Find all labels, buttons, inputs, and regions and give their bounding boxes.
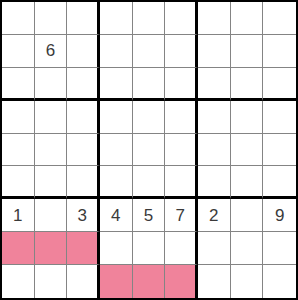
cell-r5c2[interactable] [35,134,68,167]
cell-r4c8[interactable] [231,101,264,134]
cell-r3c8[interactable] [231,68,264,101]
cell-r4c5[interactable] [133,101,166,134]
cell-r6c4[interactable] [100,166,133,199]
cell-r9c2[interactable] [35,265,68,298]
cell-r6c3[interactable] [67,166,100,199]
cell-r8c1[interactable] [2,232,35,265]
cell-r3c9[interactable] [263,68,296,101]
cell-r5c9[interactable] [263,134,296,167]
cell-r7c4[interactable]: 4 [100,199,133,232]
cell-r2c8[interactable] [231,35,264,68]
cell-r2c2[interactable]: 6 [35,35,68,68]
cell-r2c1[interactable] [2,35,35,68]
cell-r5c8[interactable] [231,134,264,167]
cell-r8c7[interactable] [198,232,231,265]
cell-r5c5[interactable] [133,134,166,167]
cell-r4c2[interactable] [35,101,68,134]
cell-r7c1[interactable]: 1 [2,199,35,232]
cell-r3c2[interactable] [35,68,68,101]
cell-r6c8[interactable] [231,166,264,199]
cell-r1c1[interactable] [2,2,35,35]
cell-r1c7[interactable] [198,2,231,35]
cell-r3c5[interactable] [133,68,166,101]
cell-r7c7[interactable]: 2 [198,199,231,232]
cell-r6c9[interactable] [263,166,296,199]
cell-r8c5[interactable] [133,232,166,265]
cell-r1c8[interactable] [231,2,264,35]
cell-r9c7[interactable] [198,265,231,298]
cell-r7c8[interactable] [231,199,264,232]
cell-r3c7[interactable] [198,68,231,101]
cell-r9c9[interactable] [263,265,296,298]
cell-r1c4[interactable] [100,2,133,35]
cell-r3c4[interactable] [100,68,133,101]
cell-r1c2[interactable] [35,2,68,35]
cell-r6c7[interactable] [198,166,231,199]
cell-r2c9[interactable] [263,35,296,68]
cell-r8c6[interactable] [165,232,198,265]
cell-r4c6[interactable] [165,101,198,134]
cell-r5c6[interactable] [165,134,198,167]
cell-r4c1[interactable] [2,101,35,134]
cell-r3c6[interactable] [165,68,198,101]
cell-r7c6[interactable]: 7 [165,199,198,232]
cell-r3c1[interactable] [2,68,35,101]
cell-r8c4[interactable] [100,232,133,265]
sudoku-puzzle: 61345729 [0,0,298,300]
cell-r5c7[interactable] [198,134,231,167]
cell-r2c5[interactable] [133,35,166,68]
cell-r7c5[interactable]: 5 [133,199,166,232]
cell-r5c1[interactable] [2,134,35,167]
sudoku-board: 61345729 [0,0,298,300]
cell-r6c2[interactable] [35,166,68,199]
cell-r6c6[interactable] [165,166,198,199]
cell-r2c6[interactable] [165,35,198,68]
cell-r7c9[interactable]: 9 [263,199,296,232]
cell-r1c5[interactable] [133,2,166,35]
cell-r2c3[interactable] [67,35,100,68]
cell-r5c3[interactable] [67,134,100,167]
cell-r1c3[interactable] [67,2,100,35]
cell-r7c2[interactable] [35,199,68,232]
cell-r6c5[interactable] [133,166,166,199]
cell-r9c3[interactable] [67,265,100,298]
cell-r1c9[interactable] [263,2,296,35]
cell-r9c5[interactable] [133,265,166,298]
cell-r9c8[interactable] [231,265,264,298]
cell-r4c4[interactable] [100,101,133,134]
cell-r8c8[interactable] [231,232,264,265]
cell-r4c3[interactable] [67,101,100,134]
cell-r9c1[interactable] [2,265,35,298]
cell-r9c4[interactable] [100,265,133,298]
cell-r6c1[interactable] [2,166,35,199]
cell-r3c3[interactable] [67,68,100,101]
cell-r8c9[interactable] [263,232,296,265]
cell-r2c4[interactable] [100,35,133,68]
cell-r4c9[interactable] [263,101,296,134]
cell-r4c7[interactable] [198,101,231,134]
cell-r8c3[interactable] [67,232,100,265]
cell-r7c3[interactable]: 3 [67,199,100,232]
cell-r8c2[interactable] [35,232,68,265]
cell-r1c6[interactable] [165,2,198,35]
cell-r2c7[interactable] [198,35,231,68]
cell-r9c6[interactable] [165,265,198,298]
cell-r5c4[interactable] [100,134,133,167]
